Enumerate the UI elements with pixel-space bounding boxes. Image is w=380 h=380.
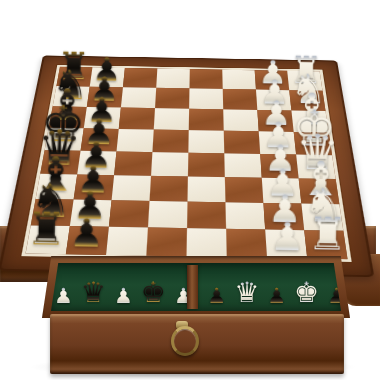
square-b6[interactable] [109,200,150,227]
piece-white-rook-a1[interactable]: ♜ [307,211,348,257]
square-f6[interactable] [119,108,155,130]
square-a8[interactable]: ♜ [26,225,70,254]
square-b5[interactable] [148,201,188,228]
square-b3[interactable] [225,202,265,229]
drawer-piece-white-pawn[interactable]: ♟ [54,286,73,307]
drawer-piece-black-pawn[interactable]: ♟ [267,286,286,307]
square-g4[interactable] [189,88,223,109]
drawer-piece-white-pawn[interactable]: ♟ [114,286,133,307]
square-d5[interactable] [151,152,188,176]
square-e6[interactable] [116,129,153,152]
square-g6[interactable] [121,87,156,108]
square-d3[interactable] [224,153,261,177]
square-h5[interactable] [156,68,190,88]
square-b4[interactable] [187,202,226,229]
square-h6[interactable] [123,68,157,88]
square-f5[interactable] [154,108,189,130]
chess-board: ♜♟♟♜♞♟♟♞♝♟♟♝♚♟♟♚♛♟♟♛♝♟♟♝♞♟♟♞♜♟♟♜ [21,65,351,262]
square-h4[interactable] [189,69,222,89]
square-g5[interactable] [155,88,189,109]
drawer-piece-white-king[interactable]: ♚ [294,279,319,307]
drawer-interior: ♟♛♟♚♟ ♟♛♟♚♟ [42,256,350,318]
square-c3[interactable] [225,177,264,203]
drawer-piece-white-queen[interactable]: ♛ [234,279,259,307]
square-d4[interactable] [188,153,225,177]
product-photo-stage: Luxury wooden chess set: alabaster-and-w… [0,0,380,380]
piece-black-pawn-a7[interactable]: ♟ [69,214,105,254]
square-a7[interactable]: ♟ [66,226,109,255]
drawer-piece-black-pawn[interactable]: ♟ [207,286,226,307]
drawer-front[interactable] [50,314,344,374]
square-e3[interactable] [224,131,260,154]
square-e4[interactable] [188,130,224,153]
square-g3[interactable] [223,89,258,110]
storage-drawer: ♟♛♟♚♟ ♟♛♟♚♟ [36,252,356,376]
square-c5[interactable] [150,176,188,202]
drawer-piece-black-king[interactable]: ♚ [141,279,166,307]
square-f3[interactable] [223,109,259,131]
drawer-piece-black-queen[interactable]: ♛ [81,279,106,307]
piece-white-pawn-a2[interactable]: ♟ [270,217,306,257]
square-h3[interactable] [222,70,256,90]
square-d6[interactable] [114,151,152,175]
drawer-ring-handle[interactable] [171,326,199,356]
drawer-compartment-left: ♟♛♟♚♟ [61,279,186,307]
square-c4[interactable] [187,176,225,202]
drawer-piece-black-pawn[interactable]: ♟ [327,286,346,307]
drawer-divider [187,265,198,309]
chess-board-frame: ♜♟♟♜♞♟♟♞♝♟♟♝♚♟♟♚♛♟♟♛♝♟♟♝♞♟♟♞♜♟♟♜ [0,55,374,277]
drawer-compartment-right: ♟♛♟♚♟ [201,279,340,307]
drawer-felt: ♟♛♟♚♟ ♟♛♟♚♟ [51,263,341,311]
square-e5[interactable] [152,130,188,153]
square-f4[interactable] [189,109,224,131]
piece-black-rook-a8[interactable]: ♜ [26,207,67,253]
square-c6[interactable] [112,175,151,201]
